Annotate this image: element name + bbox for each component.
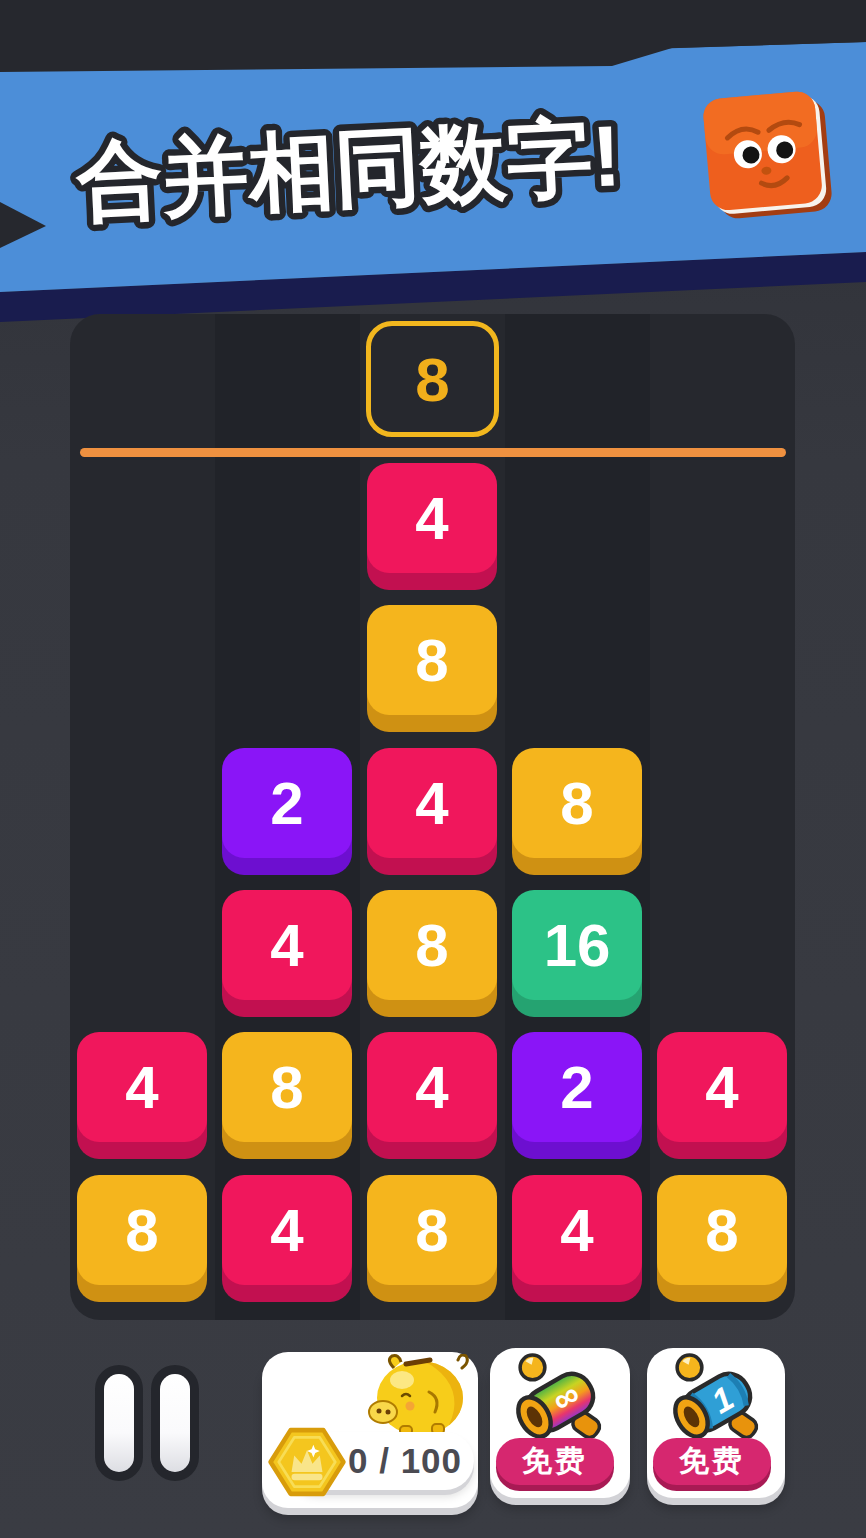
tile-4: 4 — [367, 1032, 497, 1142]
pause-bar-icon — [104, 1374, 134, 1472]
falling-tile: 8 — [366, 321, 499, 437]
tile-number: 16 — [544, 911, 611, 980]
tile-8: 8 — [367, 890, 497, 1000]
tile-8: 8 — [222, 1032, 352, 1142]
game-screen: 合并相同数字! 8 4824848164842484848 — [0, 0, 866, 1538]
tile-number: 4 — [560, 1196, 593, 1265]
piggy-progress-text: 0 / 100 — [348, 1441, 462, 1481]
tile-number: 8 — [415, 626, 448, 695]
tile-2: 2 — [512, 1032, 642, 1142]
tile-number: 4 — [415, 1053, 448, 1122]
tile-number: 8 — [415, 911, 448, 980]
booster-free-label: 免费 — [653, 1438, 771, 1485]
tile-4: 4 — [222, 1175, 352, 1285]
tile-number: 4 — [270, 911, 303, 980]
tile-number: 4 — [415, 484, 448, 553]
tile-16: 16 — [512, 890, 642, 1000]
tile-4: 4 — [77, 1032, 207, 1142]
tile-number: 4 — [125, 1053, 158, 1122]
tile-number: 4 — [415, 769, 448, 838]
tile-8: 8 — [512, 748, 642, 858]
tile-4: 4 — [367, 748, 497, 858]
tile-number: 8 — [270, 1053, 303, 1122]
tile-4: 4 — [367, 463, 497, 573]
piggy-progress-pill: 0 / 100 — [288, 1432, 474, 1490]
booster-cannon-infinity-button[interactable]: ∞ 免费 — [490, 1348, 630, 1498]
piggy-bank-button[interactable]: 0 / 100 — [262, 1352, 478, 1508]
tile-number: 4 — [270, 1196, 303, 1265]
tile-2: 2 — [222, 748, 352, 858]
booster-free-label: 免费 — [496, 1438, 614, 1485]
tile-number: 4 — [705, 1053, 738, 1122]
tile-number: 2 — [560, 1053, 593, 1122]
tile-4: 4 — [512, 1175, 642, 1285]
falling-tile-number: 8 — [415, 344, 449, 415]
drop-line — [80, 448, 786, 457]
tile-number: 8 — [415, 1196, 448, 1265]
tile-8: 8 — [367, 605, 497, 715]
booster-cannon-one-button[interactable]: 1 免费 — [647, 1348, 785, 1498]
tile-8: 8 — [367, 1175, 497, 1285]
game-board[interactable]: 8 4824848164842484848 — [70, 314, 795, 1320]
tile-8: 8 — [657, 1175, 787, 1285]
tile-8: 8 — [77, 1175, 207, 1285]
pause-bar-icon — [160, 1374, 190, 1472]
tile-4: 4 — [222, 890, 352, 1000]
tile-4: 4 — [657, 1032, 787, 1142]
tile-number: 8 — [705, 1196, 738, 1265]
coin-medal-icon — [266, 1421, 348, 1503]
mascot-block-icon — [702, 89, 833, 220]
tile-number: 8 — [125, 1196, 158, 1265]
tile-number: 8 — [560, 769, 593, 838]
title-banner: 合并相同数字! — [0, 0, 866, 332]
pause-button[interactable] — [104, 1374, 190, 1472]
tile-number: 2 — [270, 769, 303, 838]
piggy-bank-icon — [366, 1354, 474, 1436]
